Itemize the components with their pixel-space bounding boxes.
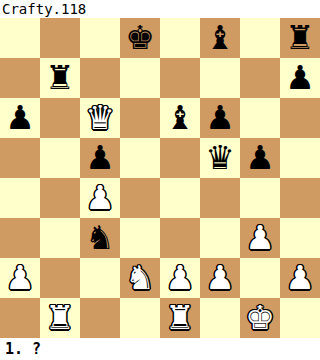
square-c1[interactable] bbox=[80, 298, 120, 338]
white-pawn[interactable]: ♟ bbox=[245, 218, 275, 258]
square-b3[interactable] bbox=[40, 218, 80, 258]
square-c6[interactable]: ♛ bbox=[80, 98, 120, 138]
square-f4[interactable] bbox=[200, 178, 240, 218]
square-c4[interactable]: ♟ bbox=[80, 178, 120, 218]
black-pawn[interactable]: ♟ bbox=[285, 58, 315, 98]
square-d3[interactable] bbox=[120, 218, 160, 258]
black-king[interactable]: ♚ bbox=[125, 18, 155, 58]
black-queen[interactable]: ♛ bbox=[205, 138, 235, 178]
square-d4[interactable] bbox=[120, 178, 160, 218]
white-pawn[interactable]: ♟ bbox=[285, 258, 315, 298]
square-h7[interactable]: ♟ bbox=[280, 58, 320, 98]
square-h6[interactable] bbox=[280, 98, 320, 138]
black-bishop[interactable]: ♝ bbox=[205, 18, 235, 58]
white-pawn[interactable]: ♟ bbox=[5, 258, 35, 298]
square-c5[interactable]: ♟ bbox=[80, 138, 120, 178]
square-a1[interactable] bbox=[0, 298, 40, 338]
square-d8[interactable]: ♚ bbox=[120, 18, 160, 58]
black-knight[interactable]: ♞ bbox=[85, 218, 115, 258]
square-a2[interactable]: ♟ bbox=[0, 258, 40, 298]
square-a5[interactable] bbox=[0, 138, 40, 178]
square-e8[interactable] bbox=[160, 18, 200, 58]
white-rook[interactable]: ♜ bbox=[165, 298, 195, 338]
square-c7[interactable] bbox=[80, 58, 120, 98]
square-d1[interactable] bbox=[120, 298, 160, 338]
white-king[interactable]: ♚ bbox=[245, 298, 275, 338]
black-pawn[interactable]: ♟ bbox=[245, 138, 275, 178]
square-d5[interactable] bbox=[120, 138, 160, 178]
square-g7[interactable] bbox=[240, 58, 280, 98]
black-rook[interactable]: ♜ bbox=[45, 58, 75, 98]
white-knight[interactable]: ♞ bbox=[125, 258, 155, 298]
black-pawn[interactable]: ♟ bbox=[85, 138, 115, 178]
black-pawn[interactable]: ♟ bbox=[5, 98, 35, 138]
square-d6[interactable] bbox=[120, 98, 160, 138]
chess-board: ♚♝♜♜♟♟♛♝♟♟♛♟♟♞♟♟♞♟♟♟♜♜♚ bbox=[0, 18, 320, 338]
square-a6[interactable]: ♟ bbox=[0, 98, 40, 138]
square-h2[interactable]: ♟ bbox=[280, 258, 320, 298]
square-g8[interactable] bbox=[240, 18, 280, 58]
square-e6[interactable]: ♝ bbox=[160, 98, 200, 138]
square-b4[interactable] bbox=[40, 178, 80, 218]
engine-title: Crafty.118 bbox=[0, 0, 86, 18]
square-f2[interactable]: ♟ bbox=[200, 258, 240, 298]
white-pawn[interactable]: ♟ bbox=[85, 178, 115, 218]
move-prompt: 1. ? bbox=[0, 338, 41, 360]
square-a8[interactable] bbox=[0, 18, 40, 58]
square-d2[interactable]: ♞ bbox=[120, 258, 160, 298]
square-b6[interactable] bbox=[40, 98, 80, 138]
square-a7[interactable] bbox=[0, 58, 40, 98]
square-e5[interactable] bbox=[160, 138, 200, 178]
square-e4[interactable] bbox=[160, 178, 200, 218]
square-e3[interactable] bbox=[160, 218, 200, 258]
square-g4[interactable] bbox=[240, 178, 280, 218]
square-f3[interactable] bbox=[200, 218, 240, 258]
square-f8[interactable]: ♝ bbox=[200, 18, 240, 58]
square-h8[interactable]: ♜ bbox=[280, 18, 320, 58]
square-f6[interactable]: ♟ bbox=[200, 98, 240, 138]
title-bar: Crafty.118 bbox=[0, 0, 320, 18]
square-e7[interactable] bbox=[160, 58, 200, 98]
square-g1[interactable]: ♚ bbox=[240, 298, 280, 338]
square-b5[interactable] bbox=[40, 138, 80, 178]
square-f5[interactable]: ♛ bbox=[200, 138, 240, 178]
chess-app-window: Crafty.118 ♚♝♜♜♟♟♛♝♟♟♛♟♟♞♟♟♞♟♟♟♜♜♚ 1. ? bbox=[0, 0, 320, 360]
white-rook[interactable]: ♜ bbox=[45, 298, 75, 338]
square-b2[interactable] bbox=[40, 258, 80, 298]
square-d7[interactable] bbox=[120, 58, 160, 98]
square-h4[interactable] bbox=[280, 178, 320, 218]
square-a3[interactable] bbox=[0, 218, 40, 258]
square-g5[interactable]: ♟ bbox=[240, 138, 280, 178]
square-g6[interactable] bbox=[240, 98, 280, 138]
square-b7[interactable]: ♜ bbox=[40, 58, 80, 98]
square-b1[interactable]: ♜ bbox=[40, 298, 80, 338]
black-bishop[interactable]: ♝ bbox=[165, 98, 195, 138]
square-b8[interactable] bbox=[40, 18, 80, 58]
white-queen[interactable]: ♛ bbox=[85, 98, 115, 138]
square-e1[interactable]: ♜ bbox=[160, 298, 200, 338]
black-pawn[interactable]: ♟ bbox=[205, 98, 235, 138]
square-h1[interactable] bbox=[280, 298, 320, 338]
white-pawn[interactable]: ♟ bbox=[165, 258, 195, 298]
square-c8[interactable] bbox=[80, 18, 120, 58]
status-bar: 1. ? bbox=[0, 338, 320, 360]
square-e2[interactable]: ♟ bbox=[160, 258, 200, 298]
square-h5[interactable] bbox=[280, 138, 320, 178]
square-f7[interactable] bbox=[200, 58, 240, 98]
square-a4[interactable] bbox=[0, 178, 40, 218]
square-c3[interactable]: ♞ bbox=[80, 218, 120, 258]
square-h3[interactable] bbox=[280, 218, 320, 258]
square-g3[interactable]: ♟ bbox=[240, 218, 280, 258]
white-pawn[interactable]: ♟ bbox=[205, 258, 235, 298]
square-f1[interactable] bbox=[200, 298, 240, 338]
square-g2[interactable] bbox=[240, 258, 280, 298]
black-rook[interactable]: ♜ bbox=[285, 18, 315, 58]
square-c2[interactable] bbox=[80, 258, 120, 298]
